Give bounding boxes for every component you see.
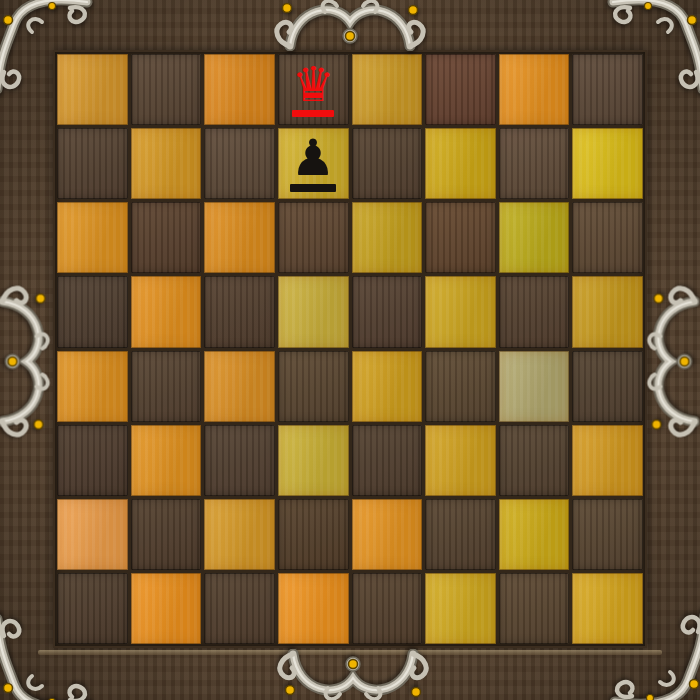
- square-e6[interactable]: [352, 202, 423, 273]
- square-e2[interactable]: [352, 499, 423, 570]
- square-f7[interactable]: [425, 128, 496, 199]
- square-f1[interactable]: [425, 573, 496, 644]
- square-g6[interactable]: [499, 202, 570, 273]
- filigree-ornament-bottom-center: [268, 649, 438, 700]
- queen-glyph: ♛: [292, 62, 335, 106]
- square-b4[interactable]: [131, 351, 202, 422]
- pawn-base-bar: [290, 184, 336, 192]
- square-b5[interactable]: [131, 276, 202, 347]
- chessboard-photo: ♛♟: [0, 0, 700, 700]
- square-a2[interactable]: [57, 499, 128, 570]
- square-b6[interactable]: [131, 202, 202, 273]
- square-d3[interactable]: [278, 425, 349, 496]
- filigree-ornament-left-center: [0, 277, 53, 447]
- square-d8[interactable]: ♛: [278, 54, 349, 125]
- square-e1[interactable]: [352, 573, 423, 644]
- square-f3[interactable]: [425, 425, 496, 496]
- square-g1[interactable]: [499, 573, 570, 644]
- square-d5[interactable]: [278, 276, 349, 347]
- square-a4[interactable]: [57, 351, 128, 422]
- square-e7[interactable]: [352, 128, 423, 199]
- square-d2[interactable]: [278, 499, 349, 570]
- square-h6[interactable]: [572, 202, 643, 273]
- filigree-ornament-top-center: [265, 0, 435, 51]
- square-d7[interactable]: ♟: [278, 128, 349, 199]
- square-c1[interactable]: [204, 573, 275, 644]
- square-f5[interactable]: [425, 276, 496, 347]
- queen-base-bar: [292, 110, 334, 117]
- square-b8[interactable]: [131, 54, 202, 125]
- square-f2[interactable]: [425, 499, 496, 570]
- filigree-ornament-bottom-left: [0, 609, 97, 700]
- chess-board: ♛♟: [53, 50, 647, 648]
- filigree-ornament-right-center: [645, 277, 700, 447]
- square-a5[interactable]: [57, 276, 128, 347]
- filigree-ornament-bottom-right: [605, 605, 700, 700]
- square-h4[interactable]: [572, 351, 643, 422]
- square-b2[interactable]: [131, 499, 202, 570]
- square-a6[interactable]: [57, 202, 128, 273]
- square-g2[interactable]: [499, 499, 570, 570]
- square-b7[interactable]: [131, 128, 202, 199]
- square-b3[interactable]: [131, 425, 202, 496]
- square-c4[interactable]: [204, 351, 275, 422]
- square-g8[interactable]: [499, 54, 570, 125]
- square-h7[interactable]: [572, 128, 643, 199]
- square-e8[interactable]: [352, 54, 423, 125]
- square-e3[interactable]: [352, 425, 423, 496]
- square-e4[interactable]: [352, 351, 423, 422]
- square-c2[interactable]: [204, 499, 275, 570]
- red-queen-piece[interactable]: ♛: [292, 62, 335, 116]
- square-a3[interactable]: [57, 425, 128, 496]
- square-d1[interactable]: [278, 573, 349, 644]
- square-a7[interactable]: [57, 128, 128, 199]
- square-e5[interactable]: [352, 276, 423, 347]
- square-h3[interactable]: [572, 425, 643, 496]
- square-d4[interactable]: [278, 351, 349, 422]
- square-b1[interactable]: [131, 573, 202, 644]
- square-f8[interactable]: [425, 54, 496, 125]
- square-f6[interactable]: [425, 202, 496, 273]
- square-c6[interactable]: [204, 202, 275, 273]
- square-c7[interactable]: [204, 128, 275, 199]
- black-pawn-piece[interactable]: ♟: [290, 135, 336, 192]
- square-g3[interactable]: [499, 425, 570, 496]
- square-g7[interactable]: [499, 128, 570, 199]
- pawn-glyph: ♟: [291, 135, 336, 181]
- square-f4[interactable]: [425, 351, 496, 422]
- square-c8[interactable]: [204, 54, 275, 125]
- square-g5[interactable]: [499, 276, 570, 347]
- square-c3[interactable]: [204, 425, 275, 496]
- square-h2[interactable]: [572, 499, 643, 570]
- filigree-ornament-top-left: [0, 0, 97, 99]
- filigree-ornament-top-right: [603, 0, 700, 99]
- square-g4[interactable]: [499, 351, 570, 422]
- square-c5[interactable]: [204, 276, 275, 347]
- square-d6[interactable]: [278, 202, 349, 273]
- square-h5[interactable]: [572, 276, 643, 347]
